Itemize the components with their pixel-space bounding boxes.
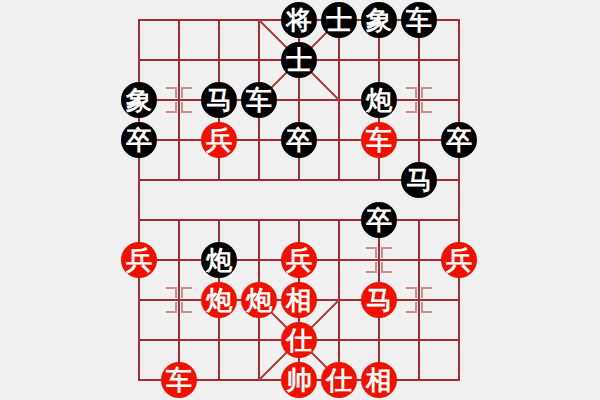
red-soldier[interactable]: 兵 (201, 122, 237, 158)
black-soldier[interactable]: 卒 (361, 202, 397, 238)
point-marker-corner (406, 102, 417, 113)
red-advisor[interactable]: 仕 (281, 322, 317, 358)
point-marker-corner (381, 247, 392, 258)
point-marker-corner (381, 262, 392, 273)
black-advisor[interactable]: 士 (321, 2, 357, 38)
black-advisor[interactable]: 士 (281, 42, 317, 78)
red-chariot[interactable]: 车 (361, 122, 397, 158)
black-soldier[interactable]: 卒 (281, 122, 317, 158)
black-soldier[interactable]: 卒 (121, 122, 157, 158)
point-marker-corner (421, 87, 432, 98)
black-elephant[interactable]: 象 (361, 2, 397, 38)
black-cannon[interactable]: 炮 (361, 82, 397, 118)
point-marker (366, 247, 392, 273)
black-chariot[interactable]: 车 (401, 2, 437, 38)
point-marker-corner (366, 262, 377, 273)
point-marker (406, 287, 432, 313)
xiangqi-board: 将士象车士象马车炮卒兵卒车卒马卒兵炮兵兵炮炮相马仕车帅仕相 (0, 0, 600, 400)
point-marker-corner (421, 302, 432, 313)
point-marker (406, 87, 432, 113)
point-marker-corner (421, 287, 432, 298)
point-marker-corner (181, 87, 192, 98)
red-elephant[interactable]: 相 (281, 282, 317, 318)
point-marker-corner (421, 102, 432, 113)
board-grid[interactable]: 将士象车士象马车炮卒兵卒车卒马卒兵炮兵兵炮炮相马仕车帅仕相 (119, 0, 479, 400)
red-soldier[interactable]: 兵 (121, 242, 157, 278)
black-general[interactable]: 将 (281, 2, 317, 38)
black-elephant[interactable]: 象 (121, 82, 157, 118)
point-marker-corner (166, 102, 177, 113)
red-cannon[interactable]: 炮 (241, 282, 277, 318)
point-marker-corner (166, 87, 177, 98)
red-cannon[interactable]: 炮 (201, 282, 237, 318)
red-chariot[interactable]: 车 (161, 362, 197, 398)
red-advisor[interactable]: 仕 (321, 362, 357, 398)
point-marker-corner (406, 287, 417, 298)
red-soldier[interactable]: 兵 (281, 242, 317, 278)
black-horse[interactable]: 马 (401, 162, 437, 198)
black-soldier[interactable]: 卒 (441, 122, 477, 158)
point-marker-corner (166, 287, 177, 298)
point-marker (166, 87, 192, 113)
black-chariot[interactable]: 车 (241, 82, 277, 118)
point-marker-corner (181, 287, 192, 298)
red-elephant[interactable]: 相 (361, 362, 397, 398)
red-general[interactable]: 帅 (281, 362, 317, 398)
black-cannon[interactable]: 炮 (201, 242, 237, 278)
point-marker-corner (406, 87, 417, 98)
black-horse[interactable]: 马 (201, 82, 237, 118)
point-marker-corner (406, 302, 417, 313)
point-marker-corner (366, 247, 377, 258)
point-marker (166, 287, 192, 313)
point-marker-corner (181, 102, 192, 113)
red-horse[interactable]: 马 (361, 282, 397, 318)
point-marker-corner (166, 302, 177, 313)
point-marker-corner (181, 302, 192, 313)
red-soldier[interactable]: 兵 (441, 242, 477, 278)
